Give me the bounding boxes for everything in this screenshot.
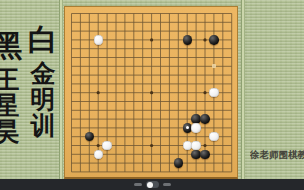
black-stone [174, 158, 183, 167]
white-stone [191, 141, 200, 150]
star-point [150, 144, 153, 147]
white-stone [209, 88, 218, 97]
star-point [150, 38, 153, 41]
last-move-marker [186, 126, 189, 129]
bottom-bar [0, 179, 304, 190]
star-point [203, 144, 206, 147]
bar-right-mark-icon [163, 183, 171, 186]
star-point [97, 144, 100, 147]
star-point [97, 91, 100, 94]
go-board [64, 6, 238, 179]
playback-toggle[interactable] [146, 181, 159, 188]
white-stone [209, 132, 218, 141]
watermark-text: 徐老师围棋教室 [250, 149, 304, 161]
white-name-char: 训 [28, 113, 58, 139]
black-color-label: 黑 [0, 31, 23, 61]
white-player-column: 白 金 明 训 [28, 25, 58, 139]
white-stone [102, 141, 111, 150]
white-name-char: 明 [28, 87, 58, 113]
black-stone [209, 35, 218, 44]
video-frame: 黑 王 星 昊 白 金 明 训 徐老师围棋教室 [0, 0, 304, 190]
black-name-char: 王 [0, 67, 23, 93]
star-point [150, 91, 153, 94]
white-name-char: 金 [28, 61, 58, 87]
star-point [203, 91, 206, 94]
toggle-knob-icon [147, 182, 153, 188]
tatami-seam-left [59, 0, 63, 179]
black-stone [200, 114, 209, 123]
black-name-char: 昊 [0, 119, 23, 145]
tatami-seam-right [241, 0, 245, 179]
white-stone [94, 35, 103, 44]
white-color-label: 白 [28, 25, 58, 55]
black-name-char: 星 [0, 93, 23, 119]
black-player-column: 黑 王 星 昊 [0, 31, 23, 145]
hint-marker [212, 64, 216, 68]
white-stone [191, 123, 200, 132]
bar-left-mark-icon [134, 183, 142, 186]
star-point [203, 38, 206, 41]
black-stone [183, 35, 192, 44]
black-stone [200, 150, 209, 159]
white-stone [94, 150, 103, 159]
